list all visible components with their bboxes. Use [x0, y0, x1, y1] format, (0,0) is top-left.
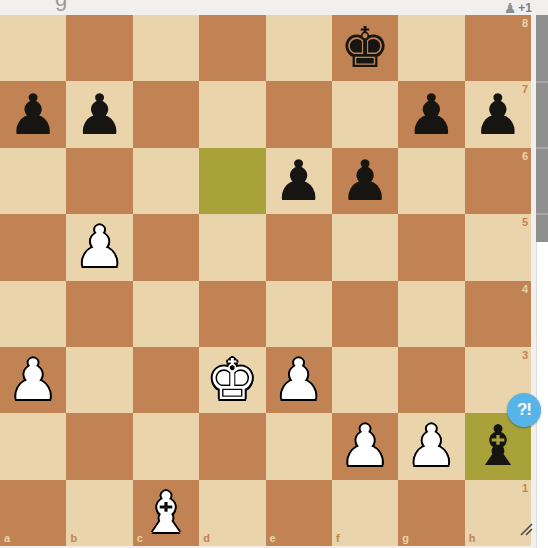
rank-label-5: 5: [522, 217, 528, 228]
square-a4[interactable]: [0, 281, 66, 347]
black-pawn[interactable]: ♟: [66, 81, 132, 147]
white-king[interactable]: ♚: [199, 347, 265, 413]
square-g6[interactable]: [398, 148, 464, 214]
file-label-e: e: [270, 533, 276, 544]
square-c5[interactable]: [133, 214, 199, 280]
square-e6[interactable]: ♟: [266, 148, 332, 214]
square-c4[interactable]: [133, 281, 199, 347]
square-f3[interactable]: [332, 347, 398, 413]
square-a8[interactable]: [0, 15, 66, 81]
square-e5[interactable]: [266, 214, 332, 280]
pawn-icon: ♟: [504, 1, 517, 15]
square-f2[interactable]: ♟: [332, 413, 398, 479]
scrollbar-thumb[interactable]: [536, 15, 548, 242]
square-d1[interactable]: d: [199, 480, 265, 546]
square-g4[interactable]: [398, 281, 464, 347]
square-b6[interactable]: [66, 148, 132, 214]
square-e7[interactable]: [266, 81, 332, 147]
rank-label-1: 1: [522, 483, 528, 494]
black-pawn[interactable]: ♟: [398, 81, 464, 147]
square-g2[interactable]: ♟: [398, 413, 464, 479]
square-a2[interactable]: [0, 413, 66, 479]
chess-board: ♚8♟♟♟7♟♟♟6♟54♟♚♟3♟♟2♝abc♝defg1h: [0, 15, 531, 546]
square-e4[interactable]: [266, 281, 332, 347]
square-b3[interactable]: [66, 347, 132, 413]
square-c7[interactable]: [133, 81, 199, 147]
square-f4[interactable]: [332, 281, 398, 347]
square-d8[interactable]: [199, 15, 265, 81]
square-b4[interactable]: [66, 281, 132, 347]
square-e8[interactable]: [266, 15, 332, 81]
rank-label-7: 7: [522, 84, 528, 95]
black-king[interactable]: ♚: [332, 15, 398, 81]
square-d5[interactable]: [199, 214, 265, 280]
file-label-d: d: [203, 533, 210, 544]
file-label-c: c: [137, 533, 143, 544]
square-a6[interactable]: [0, 148, 66, 214]
inaccuracy-badge: ?!: [507, 393, 541, 427]
square-g7[interactable]: ♟: [398, 81, 464, 147]
square-h5[interactable]: 5: [465, 214, 531, 280]
material-advantage: ♟ +1: [504, 0, 532, 15]
square-e1[interactable]: e: [266, 480, 332, 546]
file-label-a: a: [4, 533, 10, 544]
white-pawn[interactable]: ♟: [0, 347, 66, 413]
square-f6[interactable]: ♟: [332, 148, 398, 214]
black-pawn[interactable]: ♟: [332, 148, 398, 214]
square-h7[interactable]: 7♟: [465, 81, 531, 147]
rank-label-3: 3: [522, 350, 528, 361]
square-d4[interactable]: [199, 281, 265, 347]
top-bar: g ♟ +1: [0, 0, 548, 15]
square-e2[interactable]: [266, 413, 332, 479]
square-g1[interactable]: g: [398, 480, 464, 546]
square-c6[interactable]: [133, 148, 199, 214]
square-b7[interactable]: ♟: [66, 81, 132, 147]
file-label-f: f: [336, 533, 340, 544]
rank-label-4: 4: [522, 284, 528, 295]
square-h4[interactable]: 4: [465, 281, 531, 347]
square-a3[interactable]: ♟: [0, 347, 66, 413]
square-a5[interactable]: [0, 214, 66, 280]
square-d6[interactable]: [199, 148, 265, 214]
square-b1[interactable]: b: [66, 480, 132, 546]
rank-label-6: 6: [522, 151, 528, 162]
file-label-g: g: [402, 533, 409, 544]
square-f7[interactable]: [332, 81, 398, 147]
board-resize-handle[interactable]: [518, 521, 534, 537]
square-g8[interactable]: [398, 15, 464, 81]
square-c2[interactable]: [133, 413, 199, 479]
white-pawn[interactable]: ♟: [398, 413, 464, 479]
square-d7[interactable]: [199, 81, 265, 147]
square-g5[interactable]: [398, 214, 464, 280]
square-f1[interactable]: f: [332, 480, 398, 546]
square-a7[interactable]: ♟: [0, 81, 66, 147]
square-a1[interactable]: a: [0, 480, 66, 546]
clipped-player-text: g: [55, 0, 67, 12]
square-b5[interactable]: ♟: [66, 214, 132, 280]
black-pawn[interactable]: ♟: [266, 148, 332, 214]
square-g3[interactable]: [398, 347, 464, 413]
file-label-h: h: [469, 533, 476, 544]
square-c8[interactable]: [133, 15, 199, 81]
square-d3[interactable]: ♚: [199, 347, 265, 413]
square-b2[interactable]: [66, 413, 132, 479]
rank-label-8: 8: [522, 18, 528, 29]
square-f8[interactable]: ♚: [332, 15, 398, 81]
square-h8[interactable]: 8: [465, 15, 531, 81]
square-d2[interactable]: [199, 413, 265, 479]
square-e3[interactable]: ♟: [266, 347, 332, 413]
white-pawn[interactable]: ♟: [66, 214, 132, 280]
square-c3[interactable]: [133, 347, 199, 413]
square-c1[interactable]: c♝: [133, 480, 199, 546]
material-advantage-label: +1: [518, 1, 532, 15]
page: g ♟ +1 ♚8♟♟♟7♟♟♟6♟54♟♚♟3♟♟2♝abc♝defg1h ?…: [0, 0, 548, 548]
white-pawn[interactable]: ♟: [332, 413, 398, 479]
square-b8[interactable]: [66, 15, 132, 81]
square-h6[interactable]: 6: [465, 148, 531, 214]
file-label-b: b: [70, 533, 77, 544]
square-f5[interactable]: [332, 214, 398, 280]
white-pawn[interactable]: ♟: [266, 347, 332, 413]
resize-icon: [518, 521, 534, 537]
black-pawn[interactable]: ♟: [0, 81, 66, 147]
